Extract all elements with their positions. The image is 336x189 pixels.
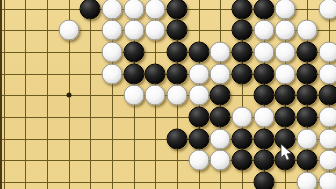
white-stone[interactable] bbox=[296, 171, 317, 189]
white-stone[interactable] bbox=[145, 20, 166, 41]
white-stone[interactable] bbox=[123, 0, 144, 19]
black-stone[interactable] bbox=[253, 63, 274, 84]
white-stone[interactable] bbox=[210, 63, 231, 84]
white-stone[interactable] bbox=[210, 41, 231, 62]
black-stone[interactable] bbox=[275, 106, 296, 127]
white-stone[interactable] bbox=[275, 63, 296, 84]
black-stone[interactable] bbox=[253, 128, 274, 149]
black-stone[interactable] bbox=[253, 85, 274, 106]
white-stone[interactable] bbox=[296, 128, 317, 149]
black-stone[interactable] bbox=[318, 85, 336, 106]
white-stone[interactable] bbox=[318, 171, 336, 189]
black-stone[interactable] bbox=[275, 85, 296, 106]
go-board[interactable] bbox=[0, 0, 336, 189]
board-left-edge bbox=[0, 0, 2, 189]
white-stone[interactable] bbox=[188, 63, 209, 84]
white-stone[interactable] bbox=[318, 150, 336, 171]
black-stone[interactable] bbox=[253, 0, 274, 19]
black-stone[interactable] bbox=[231, 63, 252, 84]
white-stone[interactable] bbox=[123, 20, 144, 41]
black-stone[interactable] bbox=[166, 63, 187, 84]
black-stone[interactable] bbox=[296, 150, 317, 171]
black-stone[interactable] bbox=[231, 20, 252, 41]
white-stone[interactable] bbox=[123, 85, 144, 106]
white-stone[interactable] bbox=[188, 150, 209, 171]
white-stone[interactable] bbox=[253, 41, 274, 62]
white-stone[interactable] bbox=[210, 128, 231, 149]
black-stone[interactable] bbox=[166, 128, 187, 149]
white-stone[interactable] bbox=[101, 41, 122, 62]
white-stone[interactable] bbox=[58, 20, 79, 41]
black-stone[interactable] bbox=[123, 41, 144, 62]
white-stone[interactable] bbox=[101, 63, 122, 84]
black-stone[interactable] bbox=[231, 41, 252, 62]
white-stone[interactable] bbox=[318, 41, 336, 62]
white-stone[interactable] bbox=[275, 41, 296, 62]
white-stone[interactable] bbox=[275, 20, 296, 41]
black-stone[interactable] bbox=[231, 0, 252, 19]
white-stone[interactable] bbox=[145, 0, 166, 19]
white-stone[interactable] bbox=[253, 20, 274, 41]
white-stone[interactable] bbox=[253, 106, 274, 127]
black-stone[interactable] bbox=[80, 0, 101, 19]
black-stone[interactable] bbox=[188, 41, 209, 62]
black-stone[interactable] bbox=[296, 41, 317, 62]
black-stone[interactable] bbox=[253, 150, 274, 171]
black-stone[interactable] bbox=[231, 150, 252, 171]
white-stone[interactable] bbox=[101, 0, 122, 19]
black-stone[interactable] bbox=[210, 106, 231, 127]
white-stone[interactable] bbox=[275, 0, 296, 19]
black-stone[interactable] bbox=[188, 128, 209, 149]
black-stone[interactable] bbox=[145, 63, 166, 84]
white-stone[interactable] bbox=[145, 85, 166, 106]
white-stone[interactable] bbox=[318, 63, 336, 84]
black-stone[interactable] bbox=[123, 63, 144, 84]
black-stone[interactable] bbox=[253, 171, 274, 189]
grid-hline bbox=[0, 182, 336, 183]
white-stone[interactable] bbox=[188, 85, 209, 106]
black-stone[interactable] bbox=[166, 20, 187, 41]
star-point bbox=[66, 93, 71, 98]
mouse-cursor-icon bbox=[280, 144, 294, 162]
white-stone[interactable] bbox=[231, 106, 252, 127]
black-stone[interactable] bbox=[166, 0, 187, 19]
black-stone[interactable] bbox=[296, 63, 317, 84]
black-stone[interactable] bbox=[231, 128, 252, 149]
white-stone[interactable] bbox=[296, 20, 317, 41]
black-stone[interactable] bbox=[188, 106, 209, 127]
white-stone[interactable] bbox=[210, 150, 231, 171]
black-stone[interactable] bbox=[296, 106, 317, 127]
white-stone[interactable] bbox=[166, 85, 187, 106]
white-stone[interactable] bbox=[318, 0, 336, 19]
white-stone[interactable] bbox=[101, 20, 122, 41]
white-stone[interactable] bbox=[318, 106, 336, 127]
black-stone[interactable] bbox=[210, 85, 231, 106]
white-stone[interactable] bbox=[318, 128, 336, 149]
black-stone[interactable] bbox=[296, 85, 317, 106]
black-stone[interactable] bbox=[166, 41, 187, 62]
